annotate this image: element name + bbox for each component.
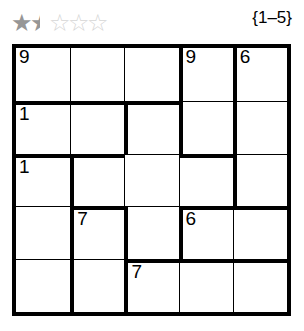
cell-r5c4[interactable]: [179, 259, 233, 312]
cage-clue: 7: [131, 262, 142, 282]
cell-r4c5[interactable]: [233, 206, 287, 259]
star-filled-icon: ★: [11, 10, 30, 36]
star-outline-icon: ☆: [49, 10, 68, 36]
cell-r2c5[interactable]: [233, 101, 287, 154]
cell-r3c4[interactable]: [179, 154, 233, 207]
cell-r2c4[interactable]: [179, 101, 233, 154]
star-half-icon: ★: [30, 10, 49, 36]
cell-r4c2[interactable]: 7: [70, 206, 124, 259]
cell-r3c2[interactable]: [70, 154, 124, 207]
cage-clue: 1: [19, 157, 30, 177]
cell-r4c4[interactable]: 6: [179, 206, 233, 259]
cell-r3c3[interactable]: [124, 154, 178, 207]
cell-r3c1[interactable]: 1: [16, 154, 70, 207]
cage-clue: 6: [240, 47, 251, 67]
cage-clue: 9: [19, 47, 30, 67]
cell-r2c2[interactable]: [70, 101, 124, 154]
cell-r1c4[interactable]: 9: [179, 48, 233, 101]
cell-r2c1[interactable]: 1: [16, 101, 70, 154]
cage-clue: 9: [186, 47, 197, 67]
cell-r1c3[interactable]: [124, 48, 178, 101]
digit-range-label: {1–5}: [252, 8, 292, 28]
cell-r1c2[interactable]: [70, 48, 124, 101]
cell-r1c5[interactable]: 6: [233, 48, 287, 101]
star-outline-icon: ☆: [87, 10, 106, 36]
cage-clue: 6: [186, 209, 197, 229]
cell-r1c1[interactable]: 9: [16, 48, 70, 101]
cell-r4c3[interactable]: [124, 206, 178, 259]
tomtom-board: 99611767: [12, 44, 291, 316]
cage-clue: 1: [19, 104, 30, 124]
star-outline-icon: ☆: [68, 10, 87, 36]
difficulty-rating: ★★☆☆☆: [11, 10, 106, 36]
cage-clue: 7: [77, 209, 88, 229]
cell-r5c1[interactable]: [16, 259, 70, 312]
cell-r5c2[interactable]: [70, 259, 124, 312]
cell-r5c3[interactable]: 7: [124, 259, 178, 312]
cell-r4c1[interactable]: [16, 206, 70, 259]
cell-r2c3[interactable]: [124, 101, 178, 154]
cell-r5c5[interactable]: [233, 259, 287, 312]
cell-r3c5[interactable]: [233, 154, 287, 207]
